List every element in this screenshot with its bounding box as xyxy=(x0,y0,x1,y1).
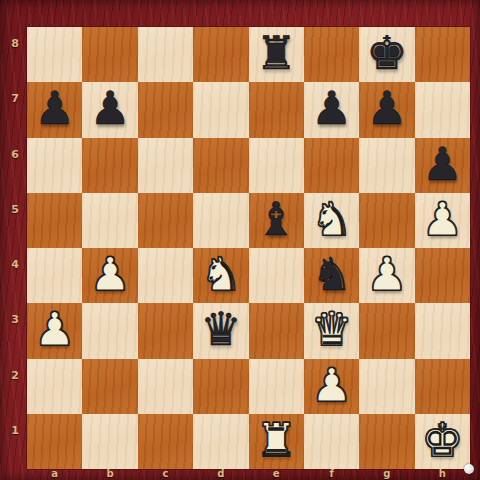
piece-black-pawn[interactable]: ♟ xyxy=(366,85,407,134)
square-c4[interactable] xyxy=(138,248,193,303)
square-f6[interactable] xyxy=(304,138,359,193)
square-a3[interactable]: ♟ xyxy=(27,303,82,358)
square-h1[interactable]: ♚ xyxy=(415,414,470,469)
square-f1[interactable] xyxy=(304,414,359,469)
square-d2[interactable] xyxy=(193,359,248,414)
square-e3[interactable] xyxy=(249,303,304,358)
piece-white-pawn[interactable]: ♟ xyxy=(422,196,463,245)
piece-black-pawn[interactable]: ♟ xyxy=(422,141,463,190)
board-frame: ♜♚♟♟♟♟♟♝♞♟♟♞♞♟♟♛♛♟♜♚ 87654321abcdefgh xyxy=(0,0,480,480)
square-c5[interactable] xyxy=(138,193,193,248)
square-b8[interactable] xyxy=(82,27,137,82)
square-a4[interactable] xyxy=(27,248,82,303)
square-g7[interactable]: ♟ xyxy=(359,82,414,137)
square-h5[interactable]: ♟ xyxy=(415,193,470,248)
rank-label-8: 8 xyxy=(4,37,26,49)
square-d6[interactable] xyxy=(193,138,248,193)
file-label-g: g xyxy=(359,468,414,480)
square-e5[interactable]: ♝ xyxy=(249,193,304,248)
square-g3[interactable] xyxy=(359,303,414,358)
piece-white-pawn[interactable]: ♟ xyxy=(311,362,352,411)
square-d5[interactable] xyxy=(193,193,248,248)
square-a8[interactable] xyxy=(27,27,82,82)
piece-black-pawn[interactable]: ♟ xyxy=(311,85,352,134)
square-a2[interactable] xyxy=(27,359,82,414)
square-h2[interactable] xyxy=(415,359,470,414)
piece-black-rook[interactable]: ♜ xyxy=(256,30,297,79)
square-e7[interactable] xyxy=(249,82,304,137)
rank-label-7: 7 xyxy=(4,92,26,104)
square-g8[interactable]: ♚ xyxy=(359,27,414,82)
square-c1[interactable] xyxy=(138,414,193,469)
square-g4[interactable]: ♟ xyxy=(359,248,414,303)
rank-label-3: 3 xyxy=(4,313,26,325)
rank-label-2: 2 xyxy=(4,369,26,381)
square-h6[interactable]: ♟ xyxy=(415,138,470,193)
square-f4[interactable]: ♞ xyxy=(304,248,359,303)
square-b5[interactable] xyxy=(82,193,137,248)
square-f5[interactable]: ♞ xyxy=(304,193,359,248)
square-g2[interactable] xyxy=(359,359,414,414)
square-a5[interactable] xyxy=(27,193,82,248)
rank-label-6: 6 xyxy=(4,148,26,160)
square-e1[interactable]: ♜ xyxy=(249,414,304,469)
file-label-d: d xyxy=(193,468,248,480)
square-a1[interactable] xyxy=(27,414,82,469)
square-f2[interactable]: ♟ xyxy=(304,359,359,414)
square-d4[interactable]: ♞ xyxy=(193,248,248,303)
square-d8[interactable] xyxy=(193,27,248,82)
piece-white-pawn[interactable]: ♟ xyxy=(89,251,130,300)
square-e2[interactable] xyxy=(249,359,304,414)
piece-white-rook[interactable]: ♜ xyxy=(256,417,297,466)
square-c3[interactable] xyxy=(138,303,193,358)
square-g1[interactable] xyxy=(359,414,414,469)
file-label-a: a xyxy=(27,468,82,480)
square-c6[interactable] xyxy=(138,138,193,193)
square-a6[interactable] xyxy=(27,138,82,193)
rank-label-4: 4 xyxy=(4,258,26,270)
piece-black-king[interactable]: ♚ xyxy=(366,30,407,79)
file-label-c: c xyxy=(138,468,193,480)
square-h4[interactable] xyxy=(415,248,470,303)
square-f8[interactable] xyxy=(304,27,359,82)
piece-black-bishop[interactable]: ♝ xyxy=(256,196,297,245)
piece-white-pawn[interactable]: ♟ xyxy=(366,251,407,300)
piece-white-knight[interactable]: ♞ xyxy=(311,196,352,245)
piece-black-queen[interactable]: ♛ xyxy=(200,306,241,355)
piece-black-knight[interactable]: ♞ xyxy=(311,251,352,300)
square-c8[interactable] xyxy=(138,27,193,82)
square-h3[interactable] xyxy=(415,303,470,358)
square-e4[interactable] xyxy=(249,248,304,303)
piece-white-pawn[interactable]: ♟ xyxy=(34,306,75,355)
square-b4[interactable]: ♟ xyxy=(82,248,137,303)
piece-white-queen[interactable]: ♛ xyxy=(311,306,352,355)
square-a7[interactable]: ♟ xyxy=(27,82,82,137)
square-b1[interactable] xyxy=(82,414,137,469)
file-label-b: b xyxy=(82,468,137,480)
piece-white-king[interactable]: ♚ xyxy=(422,417,463,466)
square-h7[interactable] xyxy=(415,82,470,137)
square-e6[interactable] xyxy=(249,138,304,193)
square-b6[interactable] xyxy=(82,138,137,193)
square-d3[interactable]: ♛ xyxy=(193,303,248,358)
square-f3[interactable]: ♛ xyxy=(304,303,359,358)
piece-black-pawn[interactable]: ♟ xyxy=(89,85,130,134)
square-g6[interactable] xyxy=(359,138,414,193)
square-c7[interactable] xyxy=(138,82,193,137)
rank-label-1: 1 xyxy=(4,424,26,436)
file-label-e: e xyxy=(249,468,304,480)
square-f7[interactable]: ♟ xyxy=(304,82,359,137)
square-d1[interactable] xyxy=(193,414,248,469)
square-d7[interactable] xyxy=(193,82,248,137)
piece-black-pawn[interactable]: ♟ xyxy=(34,85,75,134)
square-b2[interactable] xyxy=(82,359,137,414)
file-label-h: h xyxy=(415,468,470,480)
square-c2[interactable] xyxy=(138,359,193,414)
square-h8[interactable] xyxy=(415,27,470,82)
square-b7[interactable]: ♟ xyxy=(82,82,137,137)
piece-white-knight[interactable]: ♞ xyxy=(200,251,241,300)
square-e8[interactable]: ♜ xyxy=(249,27,304,82)
file-label-f: f xyxy=(304,468,359,480)
chess-board: ♜♚♟♟♟♟♟♝♞♟♟♞♞♟♟♛♛♟♜♚ xyxy=(27,27,470,469)
rank-label-5: 5 xyxy=(4,203,26,215)
square-b3[interactable] xyxy=(82,303,137,358)
square-g5[interactable] xyxy=(359,193,414,248)
